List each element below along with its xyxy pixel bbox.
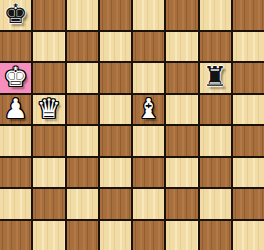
square-c7[interactable]	[67, 32, 98, 62]
square-f6[interactable]	[166, 63, 197, 93]
square-c2[interactable]	[67, 189, 98, 219]
square-a2[interactable]	[0, 189, 31, 219]
square-c6[interactable]	[67, 63, 98, 93]
piece-white-pawn[interactable]: ♟	[4, 95, 28, 122]
square-b8[interactable]	[33, 0, 64, 30]
square-c5[interactable]	[67, 95, 98, 125]
square-b4[interactable]	[33, 126, 64, 156]
square-f1[interactable]	[166, 221, 197, 250]
square-d5[interactable]	[100, 95, 131, 125]
square-e2[interactable]	[133, 189, 164, 219]
square-f2[interactable]	[166, 189, 197, 219]
square-a4[interactable]	[0, 126, 31, 156]
square-c3[interactable]	[67, 158, 98, 188]
square-e7[interactable]	[133, 32, 164, 62]
square-h1[interactable]	[233, 221, 264, 250]
square-b7[interactable]	[33, 32, 64, 62]
square-g8[interactable]	[200, 0, 231, 30]
square-f4[interactable]	[166, 126, 197, 156]
square-c4[interactable]	[67, 126, 98, 156]
square-h8[interactable]	[233, 0, 264, 30]
square-b5[interactable]: ♛	[33, 95, 64, 125]
square-d4[interactable]	[100, 126, 131, 156]
square-b1[interactable]	[33, 221, 64, 250]
piece-white-king[interactable]: ♚	[4, 63, 28, 90]
square-a8[interactable]: ♚	[0, 0, 31, 30]
square-a6[interactable]: ♚	[0, 63, 31, 93]
square-g7[interactable]	[200, 32, 231, 62]
square-e8[interactable]	[133, 0, 164, 30]
square-e6[interactable]	[133, 63, 164, 93]
square-h7[interactable]	[233, 32, 264, 62]
square-h2[interactable]	[233, 189, 264, 219]
square-h4[interactable]	[233, 126, 264, 156]
square-a5[interactable]: ♟	[0, 95, 31, 125]
square-a1[interactable]	[0, 221, 31, 250]
square-e4[interactable]	[133, 126, 164, 156]
square-g3[interactable]	[200, 158, 231, 188]
square-e1[interactable]	[133, 221, 164, 250]
square-d8[interactable]	[100, 0, 131, 30]
square-g5[interactable]	[200, 95, 231, 125]
square-b2[interactable]	[33, 189, 64, 219]
square-c1[interactable]	[67, 221, 98, 250]
square-c8[interactable]	[67, 0, 98, 30]
square-d6[interactable]	[100, 63, 131, 93]
square-g6[interactable]: ♜	[200, 63, 231, 93]
square-h5[interactable]	[233, 95, 264, 125]
piece-black-rook[interactable]: ♜	[203, 63, 227, 90]
square-b3[interactable]	[33, 158, 64, 188]
square-d2[interactable]	[100, 189, 131, 219]
square-f3[interactable]	[166, 158, 197, 188]
square-f8[interactable]	[166, 0, 197, 30]
square-e3[interactable]	[133, 158, 164, 188]
square-h6[interactable]	[233, 63, 264, 93]
square-f7[interactable]	[166, 32, 197, 62]
square-f5[interactable]	[166, 95, 197, 125]
piece-black-king[interactable]: ♚	[4, 0, 28, 27]
square-g4[interactable]	[200, 126, 231, 156]
square-b6[interactable]	[33, 63, 64, 93]
square-e5[interactable]: ♝	[133, 95, 164, 125]
square-g2[interactable]	[200, 189, 231, 219]
square-g1[interactable]	[200, 221, 231, 250]
square-a3[interactable]	[0, 158, 31, 188]
chess-board: ♚♚♜♟♛♝	[0, 0, 264, 250]
square-h3[interactable]	[233, 158, 264, 188]
piece-white-bishop[interactable]: ♝	[137, 95, 161, 122]
square-a7[interactable]	[0, 32, 31, 62]
square-d1[interactable]	[100, 221, 131, 250]
square-d7[interactable]	[100, 32, 131, 62]
piece-white-queen[interactable]: ♛	[37, 95, 61, 122]
square-d3[interactable]	[100, 158, 131, 188]
